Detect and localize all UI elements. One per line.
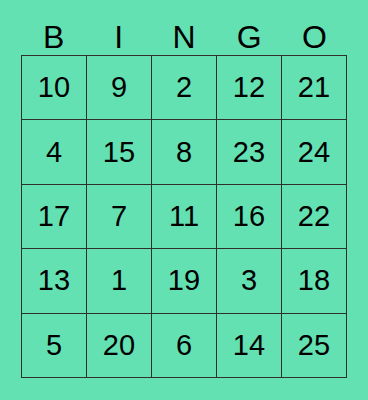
- cell-r3c0[interactable]: 13: [22, 249, 86, 312]
- cell-r4c1[interactable]: 20: [87, 314, 151, 377]
- cell-r2c2[interactable]: 11: [152, 185, 216, 248]
- cell-r0c4[interactable]: 21: [282, 56, 346, 119]
- header-letter-g: G: [217, 21, 282, 53]
- bingo-header: B I N G O: [21, 0, 347, 55]
- cell-r3c4[interactable]: 18: [282, 249, 346, 312]
- cell-r1c2[interactable]: 8: [152, 120, 216, 183]
- cell-r4c0[interactable]: 5: [22, 314, 86, 377]
- cell-r0c3[interactable]: 12: [217, 56, 281, 119]
- cell-r2c4[interactable]: 22: [282, 185, 346, 248]
- cell-r3c2[interactable]: 19: [152, 249, 216, 312]
- cell-r2c3[interactable]: 16: [217, 185, 281, 248]
- cell-r1c1[interactable]: 15: [87, 120, 151, 183]
- cell-r1c3[interactable]: 23: [217, 120, 281, 183]
- cell-r0c1[interactable]: 9: [87, 56, 151, 119]
- header-letter-n: N: [151, 21, 216, 53]
- cell-r4c3[interactable]: 14: [217, 314, 281, 377]
- cell-r1c0[interactable]: 4: [22, 120, 86, 183]
- cell-r2c0[interactable]: 17: [22, 185, 86, 248]
- bingo-card: B I N G O 10 9 2 12 21 4 15 8 23 24 17 7…: [0, 0, 368, 400]
- header-letter-o: O: [282, 21, 347, 53]
- cell-r4c2[interactable]: 6: [152, 314, 216, 377]
- cell-r0c0[interactable]: 10: [22, 56, 86, 119]
- cell-r2c1[interactable]: 7: [87, 185, 151, 248]
- cell-r4c4[interactable]: 25: [282, 314, 346, 377]
- header-letter-b: B: [21, 21, 86, 53]
- bingo-grid: 10 9 2 12 21 4 15 8 23 24 17 7 11 16 22 …: [21, 55, 347, 378]
- cell-r1c4[interactable]: 24: [282, 120, 346, 183]
- cell-r3c3[interactable]: 3: [217, 249, 281, 312]
- header-letter-i: I: [86, 21, 151, 53]
- cell-r3c1[interactable]: 1: [87, 249, 151, 312]
- cell-r0c2[interactable]: 2: [152, 56, 216, 119]
